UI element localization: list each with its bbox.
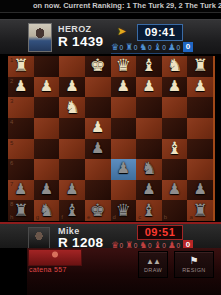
square-e4[interactable]: ♟ [85,118,111,139]
resign-button-label: RESIGN [182,267,206,273]
opponent-clock: 09:41 [137,24,183,41]
square-e1[interactable]: ♚ [85,56,111,77]
square-f2[interactable]: ♟ [59,77,85,98]
white-pawn: ♟ [162,79,188,94]
captured-count: 0 [148,44,152,52]
square-h2[interactable]: 2♟ [8,77,34,98]
captured-pawn-counter: ♟0 [168,42,180,52]
black-pawn: ♟ [187,182,213,197]
opponent-avatar [28,23,52,52]
rank-label: 5 [10,140,13,146]
rank-label: 1 [10,57,13,63]
rank-label: 2 [10,78,13,84]
square-e6[interactable] [85,159,111,180]
square-h6[interactable]: 6 [8,159,34,180]
square-c2[interactable]: ♟ [136,77,162,98]
queen-icon: ♛ [111,42,119,52]
ad-banner[interactable] [28,249,82,266]
opponent-name: HEROZ [58,24,92,34]
resign-button[interactable]: ⚑ RESIGN [174,251,214,278]
resign-flag-icon: ⚑ [190,256,199,266]
square-b7[interactable]: ♟ [162,180,188,201]
square-h3[interactable]: 3 [8,97,34,118]
black-pawn: ♟ [85,141,111,156]
white-pawn: ♟ [136,79,162,94]
chess-board[interactable]: 1♜♚♛♝♞♜2♟♟♟♟♟♟♟3♞4♟5♟♝6♟♞7♟♟♟♟♟♟8h♜g♞f♝e… [8,56,215,221]
ad-caption: catena 557 [29,266,67,273]
square-c8[interactable]: c♝ [136,200,162,221]
square-f3[interactable]: ♞ [59,97,85,118]
white-rook: ♜ [187,57,213,74]
square-b1[interactable]: ♞ [162,56,188,77]
square-f7[interactable]: ♟ [59,180,85,201]
turn-indicator-arrow: ➤ [117,25,126,38]
toolbar-left-spacer [0,248,27,295]
square-f8[interactable]: f♝ [59,200,85,221]
captured-rook-counter: ♜0 [125,42,137,52]
opponent-bar: HEROZ R 1439 ➤ 09:41 ♛0♜0♞0♝0♟00 [0,19,221,54]
captured-queen-counter: ♛0 [111,42,123,52]
file-label: f [61,214,63,220]
square-g7[interactable]: ♟ [34,180,60,201]
square-e7[interactable] [85,180,111,201]
white-king: ♚ [85,57,111,74]
player-bar: Mike R 1208 09:51 ♛0♜0♞0♝0♟00 [0,222,221,248]
draw-pennants-icon: ▲▲ [146,257,160,266]
white-knight: ♞ [59,98,85,115]
square-a7[interactable]: ♟ [187,180,213,201]
square-e2[interactable] [85,77,111,98]
square-e5[interactable]: ♟ [85,139,111,160]
square-e3[interactable] [85,97,111,118]
white-bishop: ♝ [136,57,162,74]
captured-bishop-counter: ♝0 [154,42,166,52]
bishop-icon: ♝ [154,42,162,52]
captured-underline [111,53,184,54]
square-h7[interactable]: 7♟ [8,180,34,201]
white-pawn: ♟ [85,120,111,135]
square-a1[interactable]: ♜ [187,56,213,77]
square-a5[interactable] [187,139,213,160]
draw-button[interactable]: ▲▲ DRAW [138,251,168,278]
white-pawn: ♟ [111,79,137,94]
rank-label: 4 [10,119,13,125]
captured-count: 0 [120,44,124,52]
black-pawn: ♟ [111,161,137,176]
square-c4[interactable] [136,118,162,139]
square-g8[interactable]: g♞ [34,200,60,221]
opponent-captured-row: ♛0♜0♞0♝0♟00 [111,41,193,53]
square-b6[interactable] [162,159,188,180]
captured-count: 0 [176,44,180,52]
player-clock: 09:51 [137,225,183,240]
black-pawn: ♟ [34,182,60,197]
captured-count: 0 [162,44,166,52]
square-g2[interactable]: ♟ [34,77,60,98]
square-a2[interactable]: ♟ [187,77,213,98]
knight-icon: ♞ [139,42,147,52]
square-c5[interactable] [136,139,162,160]
black-knight: ♞ [136,160,162,177]
square-d6[interactable]: ♟ [111,159,137,180]
square-d2[interactable]: ♟ [111,77,137,98]
black-pawn: ♟ [59,182,85,197]
white-pawn: ♟ [187,79,213,94]
pawn-icon: ♟ [168,42,176,52]
file-label: b [164,214,167,220]
captured-knight-counter: ♞0 [139,42,151,52]
ranking-ticker: on now. Current Ranking: 1 The Turk 29, … [0,0,221,13]
square-c3[interactable] [136,97,162,118]
square-d4[interactable] [111,118,137,139]
square-b8[interactable]: b [162,200,188,221]
score-badge: 0 [183,42,193,52]
square-c6[interactable]: ♞ [136,159,162,180]
square-d7[interactable] [111,180,137,201]
square-f4[interactable] [59,118,85,139]
square-c7[interactable]: ♟ [136,180,162,201]
square-a6[interactable] [187,159,213,180]
player-avatar [28,227,50,249]
square-d5[interactable] [111,139,137,160]
black-bishop: ♝ [59,202,85,219]
square-h8[interactable]: 8h♜ [8,200,34,221]
black-pawn: ♟ [162,182,188,197]
file-label: c [138,214,141,220]
square-g1[interactable] [34,56,60,77]
square-c1[interactable]: ♝ [136,56,162,77]
file-label: h [10,214,13,220]
square-d1[interactable]: ♛ [111,56,137,77]
square-a4[interactable] [187,118,213,139]
rank-label: 6 [10,160,13,166]
white-queen: ♛ [111,57,137,74]
square-b2[interactable]: ♟ [162,77,188,98]
rank-label: 7 [10,181,13,187]
square-e8[interactable]: e♚ [85,200,111,221]
square-d3[interactable] [111,97,137,118]
square-g3[interactable] [34,97,60,118]
white-pawn: ♟ [59,79,85,94]
white-pawn: ♟ [34,79,60,94]
square-h1[interactable]: 1♜ [8,56,34,77]
rank-label: 8 [10,201,13,207]
square-f1[interactable] [59,56,85,77]
square-g5[interactable] [34,139,60,160]
file-label: e [87,214,90,220]
black-pawn: ♟ [136,182,162,197]
square-a8[interactable]: a♜ [187,200,213,221]
rook-icon: ♜ [125,42,133,52]
white-knight: ♞ [162,57,188,74]
opponent-rating: R 1439 [58,34,103,49]
captured-count: 0 [134,44,138,52]
square-b5[interactable]: ♝ [162,139,188,160]
file-label: a [189,214,192,220]
square-b4[interactable] [162,118,188,139]
square-g6[interactable] [34,159,60,180]
square-f6[interactable] [59,159,85,180]
square-b3[interactable] [162,97,188,118]
square-a3[interactable] [187,97,213,118]
square-h5[interactable]: 5 [8,139,34,160]
file-label: d [113,214,116,220]
white-bishop: ♝ [162,140,188,157]
bottom-toolbar: catena 557 ▲▲ DRAW ⚑ RESIGN [0,248,221,295]
square-d8[interactable]: d♛ [111,200,137,221]
square-g4[interactable] [34,118,60,139]
rank-label: 3 [10,98,13,104]
draw-button-label: DRAW [144,267,162,273]
square-f5[interactable] [59,139,85,160]
file-label: g [36,214,39,220]
square-h4[interactable]: 4 [8,118,34,139]
